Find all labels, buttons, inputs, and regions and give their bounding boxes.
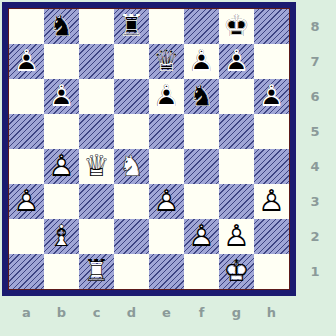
square-f8[interactable] xyxy=(184,9,219,44)
square-a6[interactable] xyxy=(9,79,44,114)
white-rook-c1[interactable]: ♜♖ xyxy=(79,254,114,289)
white-pawn-e3[interactable]: ♟♙ xyxy=(149,184,184,219)
black-pawn-h6[interactable]: ♟♙ xyxy=(254,79,289,114)
black-knight-b8[interactable]: ♞♘ xyxy=(44,9,79,44)
black-pawn-f7[interactable]: ♟♙ xyxy=(184,44,219,79)
square-c2[interactable] xyxy=(79,219,114,254)
knight-glyph-fill: ♞ xyxy=(184,79,219,114)
white-knight-d4[interactable]: ♞♘ xyxy=(114,149,149,184)
square-c8[interactable] xyxy=(79,9,114,44)
pawn-glyph-fill: ♟ xyxy=(44,149,79,184)
knight-glyph-fill: ♞ xyxy=(114,149,149,184)
knight-glyph-fill: ♞ xyxy=(44,9,79,44)
pawn-glyph-outline: ♙ xyxy=(149,79,184,114)
square-d6[interactable] xyxy=(114,79,149,114)
square-e5[interactable] xyxy=(149,114,184,149)
king-glyph-outline: ♔ xyxy=(219,254,254,289)
square-g6[interactable] xyxy=(219,79,254,114)
square-e6[interactable]: ♟♙ xyxy=(149,79,184,114)
square-h6[interactable]: ♟♙ xyxy=(254,79,289,114)
king-glyph-outline: ♔ xyxy=(219,9,254,44)
black-knight-f6[interactable]: ♞♘ xyxy=(184,79,219,114)
pawn-glyph-fill: ♟ xyxy=(254,184,289,219)
square-a8[interactable] xyxy=(9,9,44,44)
square-e1[interactable] xyxy=(149,254,184,289)
rook-glyph-fill: ♜ xyxy=(79,254,114,289)
white-pawn-b4[interactable]: ♟♙ xyxy=(44,149,79,184)
square-a3[interactable]: ♟♙ xyxy=(9,184,44,219)
white-king-g1[interactable]: ♚♔ xyxy=(219,254,254,289)
rank-label-3: 3 xyxy=(301,184,329,219)
square-f7[interactable]: ♟♙ xyxy=(184,44,219,79)
file-label-a: a xyxy=(9,303,44,321)
file-label-f: f xyxy=(184,303,219,321)
pawn-glyph-fill: ♟ xyxy=(219,44,254,79)
pawn-glyph-outline: ♙ xyxy=(184,219,219,254)
pawn-glyph-outline: ♙ xyxy=(44,149,79,184)
square-h8[interactable] xyxy=(254,9,289,44)
chess-board: ♞♘♜♖♚♔♟♙♛♕♟♙♟♙♟♙♟♙♞♘♟♙♟♙♛♕♞♘♟♙♟♙♟♙♝♗♟♙♟♙… xyxy=(9,9,289,289)
pawn-glyph-fill: ♟ xyxy=(219,219,254,254)
pawn-glyph-outline: ♙ xyxy=(9,44,44,79)
pawn-glyph-fill: ♟ xyxy=(149,184,184,219)
bishop-glyph-fill: ♝ xyxy=(44,219,79,254)
pawn-glyph-outline: ♙ xyxy=(219,219,254,254)
rook-glyph-outline: ♖ xyxy=(79,254,114,289)
rook-glyph-fill: ♜ xyxy=(114,9,149,44)
board-inner-border: ♞♘♜♖♚♔♟♙♛♕♟♙♟♙♟♙♟♙♞♘♟♙♟♙♛♕♞♘♟♙♟♙♟♙♝♗♟♙♟♙… xyxy=(8,8,290,290)
square-f5[interactable] xyxy=(184,114,219,149)
square-c6[interactable] xyxy=(79,79,114,114)
square-f4[interactable] xyxy=(184,149,219,184)
square-c3[interactable] xyxy=(79,184,114,219)
square-d3[interactable] xyxy=(114,184,149,219)
square-e4[interactable] xyxy=(149,149,184,184)
square-c5[interactable] xyxy=(79,114,114,149)
knight-glyph-outline: ♘ xyxy=(114,149,149,184)
file-labels: abcdefgh xyxy=(9,303,289,321)
rank-label-5: 5 xyxy=(301,114,329,149)
square-d2[interactable] xyxy=(114,219,149,254)
rook-glyph-outline: ♖ xyxy=(114,9,149,44)
file-label-c: c xyxy=(79,303,114,321)
square-g7[interactable]: ♟♙ xyxy=(219,44,254,79)
queen-glyph-fill: ♛ xyxy=(149,44,184,79)
square-b2[interactable]: ♝♗ xyxy=(44,219,79,254)
square-f1[interactable] xyxy=(184,254,219,289)
white-pawn-a3[interactable]: ♟♙ xyxy=(9,184,44,219)
square-c4[interactable]: ♛♕ xyxy=(79,149,114,184)
square-h4[interactable] xyxy=(254,149,289,184)
square-g3[interactable] xyxy=(219,184,254,219)
white-queen-c4[interactable]: ♛♕ xyxy=(79,149,114,184)
square-b8[interactable]: ♞♘ xyxy=(44,9,79,44)
square-b6[interactable]: ♟♙ xyxy=(44,79,79,114)
chess-diagram-page: ♞♘♜♖♚♔♟♙♛♕♟♙♟♙♟♙♟♙♞♘♟♙♟♙♛♕♞♘♟♙♟♙♟♙♝♗♟♙♟♙… xyxy=(0,0,336,336)
square-a4[interactable] xyxy=(9,149,44,184)
square-e7[interactable]: ♛♕ xyxy=(149,44,184,79)
pawn-glyph-outline: ♙ xyxy=(9,184,44,219)
square-g1[interactable]: ♚♔ xyxy=(219,254,254,289)
pawn-glyph-outline: ♙ xyxy=(219,44,254,79)
pawn-glyph-fill: ♟ xyxy=(184,44,219,79)
pawn-glyph-outline: ♙ xyxy=(44,79,79,114)
black-rook-d8[interactable]: ♜♖ xyxy=(114,9,149,44)
white-bishop-b2[interactable]: ♝♗ xyxy=(44,219,79,254)
square-d7[interactable] xyxy=(114,44,149,79)
pawn-glyph-outline: ♙ xyxy=(184,44,219,79)
pawn-glyph-fill: ♟ xyxy=(254,79,289,114)
file-label-b: b xyxy=(44,303,79,321)
square-e8[interactable] xyxy=(149,9,184,44)
white-pawn-h3[interactable]: ♟♙ xyxy=(254,184,289,219)
square-a1[interactable] xyxy=(9,254,44,289)
rank-label-1: 1 xyxy=(301,254,329,289)
pawn-glyph-fill: ♟ xyxy=(184,219,219,254)
square-e2[interactable] xyxy=(149,219,184,254)
pawn-glyph-outline: ♙ xyxy=(149,184,184,219)
rank-labels: 87654321 xyxy=(301,9,329,289)
knight-glyph-outline: ♘ xyxy=(184,79,219,114)
rank-label-7: 7 xyxy=(301,44,329,79)
square-a7[interactable]: ♟♙ xyxy=(9,44,44,79)
square-b1[interactable] xyxy=(44,254,79,289)
square-d4[interactable]: ♞♘ xyxy=(114,149,149,184)
square-f2[interactable]: ♟♙ xyxy=(184,219,219,254)
file-label-h: h xyxy=(254,303,289,321)
file-label-e: e xyxy=(149,303,184,321)
bishop-glyph-outline: ♗ xyxy=(44,219,79,254)
pawn-glyph-fill: ♟ xyxy=(149,79,184,114)
square-d1[interactable] xyxy=(114,254,149,289)
black-pawn-e6[interactable]: ♟♙ xyxy=(149,79,184,114)
rank-label-2: 2 xyxy=(301,219,329,254)
square-e3[interactable]: ♟♙ xyxy=(149,184,184,219)
square-f6[interactable]: ♞♘ xyxy=(184,79,219,114)
rank-label-6: 6 xyxy=(301,79,329,114)
pawn-glyph-fill: ♟ xyxy=(9,184,44,219)
queen-glyph-fill: ♛ xyxy=(79,149,114,184)
black-pawn-b6[interactable]: ♟♙ xyxy=(44,79,79,114)
queen-glyph-outline: ♕ xyxy=(79,149,114,184)
black-pawn-g7[interactable]: ♟♙ xyxy=(219,44,254,79)
square-c7[interactable] xyxy=(79,44,114,79)
square-h3[interactable]: ♟♙ xyxy=(254,184,289,219)
square-d5[interactable] xyxy=(114,114,149,149)
square-h1[interactable] xyxy=(254,254,289,289)
square-f3[interactable] xyxy=(184,184,219,219)
square-g5[interactable] xyxy=(219,114,254,149)
white-pawn-g2[interactable]: ♟♙ xyxy=(219,219,254,254)
square-g2[interactable]: ♟♙ xyxy=(219,219,254,254)
square-a2[interactable] xyxy=(9,219,44,254)
pawn-glyph-outline: ♙ xyxy=(254,79,289,114)
black-king-g8[interactable]: ♚♔ xyxy=(219,9,254,44)
square-b7[interactable] xyxy=(44,44,79,79)
square-c1[interactable]: ♜♖ xyxy=(79,254,114,289)
file-label-g: g xyxy=(219,303,254,321)
king-glyph-fill: ♚ xyxy=(219,9,254,44)
square-b4[interactable]: ♟♙ xyxy=(44,149,79,184)
king-glyph-fill: ♚ xyxy=(219,254,254,289)
square-h7[interactable] xyxy=(254,44,289,79)
black-pawn-a7[interactable]: ♟♙ xyxy=(9,44,44,79)
square-b3[interactable] xyxy=(44,184,79,219)
square-d8[interactable]: ♜♖ xyxy=(114,9,149,44)
square-a5[interactable] xyxy=(9,114,44,149)
knight-glyph-outline: ♘ xyxy=(44,9,79,44)
rank-label-4: 4 xyxy=(301,149,329,184)
square-g8[interactable]: ♚♔ xyxy=(219,9,254,44)
board-frame: ♞♘♜♖♚♔♟♙♛♕♟♙♟♙♟♙♟♙♞♘♟♙♟♙♛♕♞♘♟♙♟♙♟♙♝♗♟♙♟♙… xyxy=(2,2,296,296)
pawn-glyph-fill: ♟ xyxy=(9,44,44,79)
white-pawn-f2[interactable]: ♟♙ xyxy=(184,219,219,254)
rank-label-8: 8 xyxy=(301,9,329,44)
pawn-glyph-outline: ♙ xyxy=(254,184,289,219)
square-g4[interactable] xyxy=(219,149,254,184)
square-b5[interactable] xyxy=(44,114,79,149)
square-h5[interactable] xyxy=(254,114,289,149)
black-queen-e7[interactable]: ♛♕ xyxy=(149,44,184,79)
queen-glyph-outline: ♕ xyxy=(149,44,184,79)
square-h2[interactable] xyxy=(254,219,289,254)
pawn-glyph-fill: ♟ xyxy=(44,79,79,114)
file-label-d: d xyxy=(114,303,149,321)
